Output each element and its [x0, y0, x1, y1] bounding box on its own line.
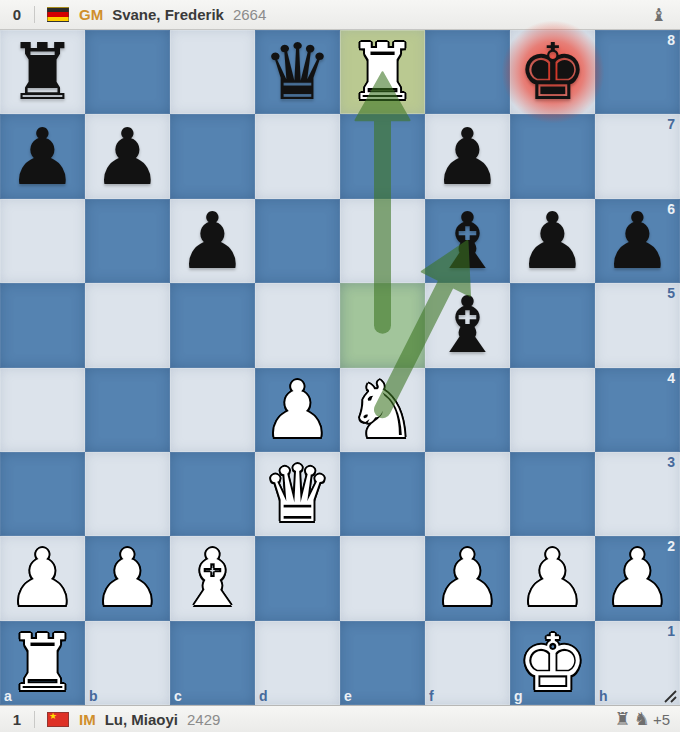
- square-f4[interactable]: [425, 368, 510, 452]
- black-bishop[interactable]: ♝: [425, 199, 510, 283]
- square-d4[interactable]: ♟: [255, 368, 340, 452]
- square-a6[interactable]: [0, 199, 85, 283]
- rank-label-8: 8: [667, 32, 675, 48]
- square-c2[interactable]: ♝: [170, 536, 255, 620]
- bottom-player-rating: 2429: [187, 711, 220, 728]
- square-d1[interactable]: d: [255, 621, 340, 705]
- file-label-f: f: [429, 688, 434, 704]
- black-queen[interactable]: ♛: [255, 30, 340, 114]
- square-h6[interactable]: ♟6: [595, 199, 680, 283]
- rank-label-5: 5: [667, 285, 675, 301]
- rank-label-4: 4: [667, 370, 675, 386]
- rank-label-7: 7: [667, 116, 675, 132]
- chess-board: ♜♛♜♚8♟♟♟7♟♝♟♟6♝5♟♞4♛3♟♟♝♟♟♟2♜abcdef♚g1h: [0, 30, 680, 705]
- square-b7[interactable]: ♟: [85, 114, 170, 198]
- top-player-score: 0: [0, 6, 34, 23]
- square-h8[interactable]: 8: [595, 30, 680, 114]
- rank-label-3: 3: [667, 454, 675, 470]
- bottom-player-flag-icon: [47, 712, 69, 727]
- square-c3[interactable]: [170, 452, 255, 536]
- square-a7[interactable]: ♟: [0, 114, 85, 198]
- square-g6[interactable]: ♟: [510, 199, 595, 283]
- bar-separator: [34, 6, 35, 23]
- black-pawn[interactable]: ♟: [0, 114, 85, 198]
- square-b2[interactable]: ♟: [85, 536, 170, 620]
- bottom-player-title: IM: [79, 711, 96, 728]
- square-c6[interactable]: ♟: [170, 199, 255, 283]
- square-e2[interactable]: [340, 536, 425, 620]
- bottom-player-score: 1: [0, 711, 34, 728]
- square-a3[interactable]: [0, 452, 85, 536]
- square-g2[interactable]: ♟: [510, 536, 595, 620]
- black-pawn[interactable]: ♟: [510, 199, 595, 283]
- file-label-h: h: [599, 688, 608, 704]
- square-c7[interactable]: [170, 114, 255, 198]
- bottom-player-material: ♜♞+5: [615, 710, 680, 728]
- file-label-e: e: [344, 688, 352, 704]
- white-rook[interactable]: ♜: [0, 621, 85, 705]
- square-b6[interactable]: [85, 199, 170, 283]
- square-e3[interactable]: [340, 452, 425, 536]
- top-player-flag-icon: [47, 7, 69, 22]
- top-player-bar: 0 GM Svane, Frederik 2664 ♝: [0, 0, 680, 30]
- square-c1[interactable]: c: [170, 621, 255, 705]
- square-h4[interactable]: 4: [595, 368, 680, 452]
- bottom-player-name: Lu, Miaoyi: [105, 711, 178, 728]
- square-a2[interactable]: ♟: [0, 536, 85, 620]
- square-f7[interactable]: ♟: [425, 114, 510, 198]
- square-b1[interactable]: b: [85, 621, 170, 705]
- white-pawn[interactable]: ♟: [0, 536, 85, 620]
- white-king[interactable]: ♚: [510, 621, 595, 705]
- square-a5[interactable]: [0, 283, 85, 367]
- black-pawn[interactable]: ♟: [170, 199, 255, 283]
- white-rook[interactable]: ♜: [340, 30, 425, 114]
- square-f1[interactable]: f: [425, 621, 510, 705]
- black-rook[interactable]: ♜: [0, 30, 85, 114]
- black-king[interactable]: ♚: [510, 30, 595, 114]
- top-player-rating: 2664: [233, 6, 266, 23]
- file-label-g: g: [514, 688, 523, 704]
- square-a1[interactable]: ♜a: [0, 621, 85, 705]
- square-g5[interactable]: [510, 283, 595, 367]
- file-label-a: a: [4, 688, 12, 704]
- square-e5[interactable]: [340, 283, 425, 367]
- white-knight[interactable]: ♞: [340, 368, 425, 452]
- white-bishop[interactable]: ♝: [170, 536, 255, 620]
- square-d8[interactable]: ♛: [255, 30, 340, 114]
- square-f2[interactable]: ♟: [425, 536, 510, 620]
- square-d3[interactable]: ♛: [255, 452, 340, 536]
- rank-label-6: 6: [667, 201, 675, 217]
- material-score: +5: [653, 711, 670, 728]
- square-f6[interactable]: ♝: [425, 199, 510, 283]
- square-g7[interactable]: [510, 114, 595, 198]
- square-f5[interactable]: ♝: [425, 283, 510, 367]
- square-e1[interactable]: e: [340, 621, 425, 705]
- top-player-title: GM: [79, 6, 103, 23]
- square-h2[interactable]: ♟2: [595, 536, 680, 620]
- bar-separator: [34, 711, 35, 728]
- square-g8[interactable]: ♚: [510, 30, 595, 114]
- square-g4[interactable]: [510, 368, 595, 452]
- square-d6[interactable]: [255, 199, 340, 283]
- rank-label-2: 2: [667, 538, 675, 554]
- square-f8[interactable]: [425, 30, 510, 114]
- square-b5[interactable]: [85, 283, 170, 367]
- white-pawn[interactable]: ♟: [425, 536, 510, 620]
- file-label-b: b: [89, 688, 98, 704]
- resize-handle[interactable]: [661, 687, 677, 703]
- square-b3[interactable]: [85, 452, 170, 536]
- square-h3[interactable]: 3: [595, 452, 680, 536]
- square-a4[interactable]: [0, 368, 85, 452]
- top-player-name: Svane, Frederik: [112, 6, 224, 23]
- square-g3[interactable]: [510, 452, 595, 536]
- square-b4[interactable]: [85, 368, 170, 452]
- file-label-c: c: [174, 688, 182, 704]
- white-pawn[interactable]: ♟: [510, 536, 595, 620]
- square-h5[interactable]: 5: [595, 283, 680, 367]
- square-c4[interactable]: [170, 368, 255, 452]
- white-pawn[interactable]: ♟: [85, 536, 170, 620]
- white-queen[interactable]: ♛: [255, 452, 340, 536]
- file-label-d: d: [259, 688, 268, 704]
- white-pawn[interactable]: ♟: [255, 368, 340, 452]
- black-pawn[interactable]: ♟: [85, 114, 170, 198]
- knight-icon: ♞: [634, 710, 650, 728]
- black-bishop[interactable]: ♝: [425, 283, 510, 367]
- square-a8[interactable]: ♜: [0, 30, 85, 114]
- square-c5[interactable]: [170, 283, 255, 367]
- square-g1[interactable]: ♚g: [510, 621, 595, 705]
- square-f3[interactable]: [425, 452, 510, 536]
- square-e6[interactable]: [340, 199, 425, 283]
- square-d7[interactable]: [255, 114, 340, 198]
- square-d5[interactable]: [255, 283, 340, 367]
- square-b8[interactable]: [85, 30, 170, 114]
- rook-icon: ♜: [615, 710, 631, 728]
- square-e4[interactable]: ♞: [340, 368, 425, 452]
- chess-app-window: 0 GM Svane, Frederik 2664 ♝ ♜♛♜♚8♟♟♟7♟♝♟…: [0, 0, 680, 732]
- square-h7[interactable]: 7: [595, 114, 680, 198]
- bottom-player-bar: 1 IM Lu, Miaoyi 2429 ♜♞+5: [0, 705, 680, 732]
- square-e8[interactable]: ♜: [340, 30, 425, 114]
- square-e7[interactable]: [340, 114, 425, 198]
- black-pawn[interactable]: ♟: [425, 114, 510, 198]
- square-c8[interactable]: [170, 30, 255, 114]
- bishop-icon: ♝: [651, 6, 667, 24]
- square-d2[interactable]: [255, 536, 340, 620]
- top-player-material: ♝: [651, 6, 680, 24]
- rank-label-1: 1: [667, 623, 675, 639]
